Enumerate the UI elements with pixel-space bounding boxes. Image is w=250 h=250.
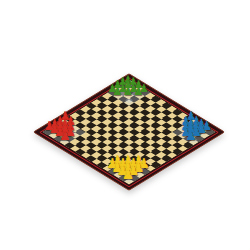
product-photo: ♟♟♟♟♟♟♟♟♟♟♟♟♟♟♟♟♟♟♟♟♟♟♟♟♟♟♟♟♟♟♟♟♟♟♟♟♟♟♟♟… xyxy=(0,0,250,250)
pawn-yellow[interactable]: ♟ xyxy=(122,167,135,181)
pawn-blue[interactable]: ♟ xyxy=(185,130,196,143)
pawn-layer: ♟♟♟♟♟♟♟♟♟♟♟♟♟♟♟♟♟♟♟♟♟♟♟♟♟♟♟♟♟♟♟♟♟♟♟♟♟♟♟♟… xyxy=(0,0,250,250)
pawn-red[interactable]: ♟ xyxy=(59,130,70,143)
pawn-green[interactable]: ♟ xyxy=(134,86,144,97)
pawn-green[interactable]: ♟ xyxy=(123,86,133,97)
pawn-green[interactable]: ♟ xyxy=(113,86,123,97)
